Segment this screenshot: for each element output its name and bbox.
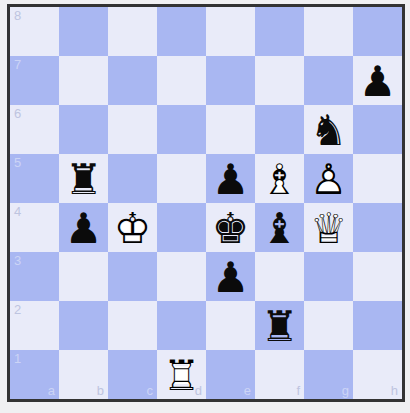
bishop-icon: ♝ (255, 204, 304, 253)
square-a2[interactable]: 2 (10, 301, 59, 350)
square-g6[interactable]: ♞ (304, 105, 353, 154)
square-d4[interactable] (157, 203, 206, 252)
square-a8[interactable]: 8 (10, 7, 59, 56)
chess-board-frame: 87♟6♞5♜♟♝♗♟♙4♟♚♔♚♝♛♕3♟2♜1abcd♜♖efgh (7, 4, 405, 402)
rook-icon: ♖ (157, 351, 206, 400)
file-label-h: h (391, 383, 398, 398)
square-e6[interactable] (206, 105, 255, 154)
rank-label-6: 6 (14, 106, 21, 121)
square-g5[interactable]: ♟♙ (304, 154, 353, 203)
square-e7[interactable] (206, 56, 255, 105)
square-e4[interactable]: ♚ (206, 203, 255, 252)
bishop-icon: ♗ (255, 155, 304, 204)
white-rook-d1[interactable]: ♜♖ (157, 350, 206, 399)
rank-label-7: 7 (14, 57, 21, 72)
square-h7[interactable]: ♟ (353, 56, 402, 105)
square-f5[interactable]: ♝♗ (255, 154, 304, 203)
black-pawn-b4[interactable]: ♟ (59, 203, 108, 252)
square-d6[interactable] (157, 105, 206, 154)
rank-label-1: 1 (14, 351, 21, 366)
square-e2[interactable] (206, 301, 255, 350)
file-label-a: a (48, 383, 55, 398)
white-bishop-f5[interactable]: ♝♗ (255, 154, 304, 203)
square-c5[interactable] (108, 154, 157, 203)
square-h2[interactable] (353, 301, 402, 350)
black-bishop-f4[interactable]: ♝ (255, 203, 304, 252)
square-a4[interactable]: 4 (10, 203, 59, 252)
pawn-icon: ♟ (59, 204, 108, 253)
square-c3[interactable] (108, 252, 157, 301)
square-a1[interactable]: 1a (10, 350, 59, 399)
square-b5[interactable]: ♜ (59, 154, 108, 203)
square-f7[interactable] (255, 56, 304, 105)
square-g3[interactable] (304, 252, 353, 301)
square-f8[interactable] (255, 7, 304, 56)
square-e8[interactable] (206, 7, 255, 56)
square-a5[interactable]: 5 (10, 154, 59, 203)
square-h3[interactable] (353, 252, 402, 301)
rook-icon: ♜ (255, 302, 304, 351)
square-c1[interactable]: c (108, 350, 157, 399)
square-d1[interactable]: d♜♖ (157, 350, 206, 399)
king-icon: ♔ (108, 204, 157, 253)
square-d3[interactable] (157, 252, 206, 301)
black-rook-f2[interactable]: ♜ (255, 301, 304, 350)
rank-label-2: 2 (14, 302, 21, 317)
rank-label-3: 3 (14, 253, 21, 268)
pawn-icon: ♟ (353, 57, 402, 106)
square-d2[interactable] (157, 301, 206, 350)
square-h1[interactable]: h (353, 350, 402, 399)
square-a6[interactable]: 6 (10, 105, 59, 154)
black-pawn-e3[interactable]: ♟ (206, 252, 255, 301)
white-queen-g4[interactable]: ♛♕ (304, 203, 353, 252)
square-c7[interactable] (108, 56, 157, 105)
rank-label-4: 4 (14, 204, 21, 219)
square-f3[interactable] (255, 252, 304, 301)
square-g4[interactable]: ♛♕ (304, 203, 353, 252)
square-c6[interactable] (108, 105, 157, 154)
rank-label-5: 5 (14, 155, 21, 170)
square-a3[interactable]: 3 (10, 252, 59, 301)
square-f2[interactable]: ♜ (255, 301, 304, 350)
black-king-e4[interactable]: ♚ (206, 203, 255, 252)
square-d5[interactable] (157, 154, 206, 203)
square-a7[interactable]: 7 (10, 56, 59, 105)
square-h5[interactable] (353, 154, 402, 203)
queen-icon: ♕ (304, 204, 353, 253)
square-e5[interactable]: ♟ (206, 154, 255, 203)
square-e3[interactable]: ♟ (206, 252, 255, 301)
square-d7[interactable] (157, 56, 206, 105)
square-e1[interactable]: e (206, 350, 255, 399)
square-g8[interactable] (304, 7, 353, 56)
file-label-f: f (296, 383, 300, 398)
file-label-c: c (147, 383, 154, 398)
square-b7[interactable] (59, 56, 108, 105)
square-g2[interactable] (304, 301, 353, 350)
square-d8[interactable] (157, 7, 206, 56)
square-c8[interactable] (108, 7, 157, 56)
square-c2[interactable] (108, 301, 157, 350)
file-label-b: b (97, 383, 104, 398)
square-b2[interactable] (59, 301, 108, 350)
black-knight-g6[interactable]: ♞ (304, 105, 353, 154)
file-label-g: g (342, 383, 349, 398)
black-pawn-h7[interactable]: ♟ (353, 56, 402, 105)
pawn-icon: ♟ (206, 253, 255, 302)
black-pawn-e5[interactable]: ♟ (206, 154, 255, 203)
square-h4[interactable] (353, 203, 402, 252)
black-rook-b5[interactable]: ♜ (59, 154, 108, 203)
square-b6[interactable] (59, 105, 108, 154)
chess-board: 87♟6♞5♜♟♝♗♟♙4♟♚♔♚♝♛♕3♟2♜1abcd♜♖efgh (10, 7, 402, 399)
square-f1[interactable]: f (255, 350, 304, 399)
square-f4[interactable]: ♝ (255, 203, 304, 252)
square-b3[interactable] (59, 252, 108, 301)
square-g7[interactable] (304, 56, 353, 105)
pawn-icon: ♟ (206, 155, 255, 204)
file-label-e: e (244, 383, 251, 398)
square-b1[interactable]: b (59, 350, 108, 399)
square-h6[interactable] (353, 105, 402, 154)
white-king-c4[interactable]: ♚♔ (108, 203, 157, 252)
knight-icon: ♞ (304, 106, 353, 155)
white-pawn-g5[interactable]: ♟♙ (304, 154, 353, 203)
rook-icon: ♜ (59, 155, 108, 204)
square-g1[interactable]: g (304, 350, 353, 399)
pawn-icon: ♙ (304, 155, 353, 204)
square-h8[interactable] (353, 7, 402, 56)
king-icon: ♚ (206, 204, 255, 253)
square-c4[interactable]: ♚♔ (108, 203, 157, 252)
rank-label-8: 8 (14, 8, 21, 23)
square-b4[interactable]: ♟ (59, 203, 108, 252)
square-b8[interactable] (59, 7, 108, 56)
square-f6[interactable] (255, 105, 304, 154)
